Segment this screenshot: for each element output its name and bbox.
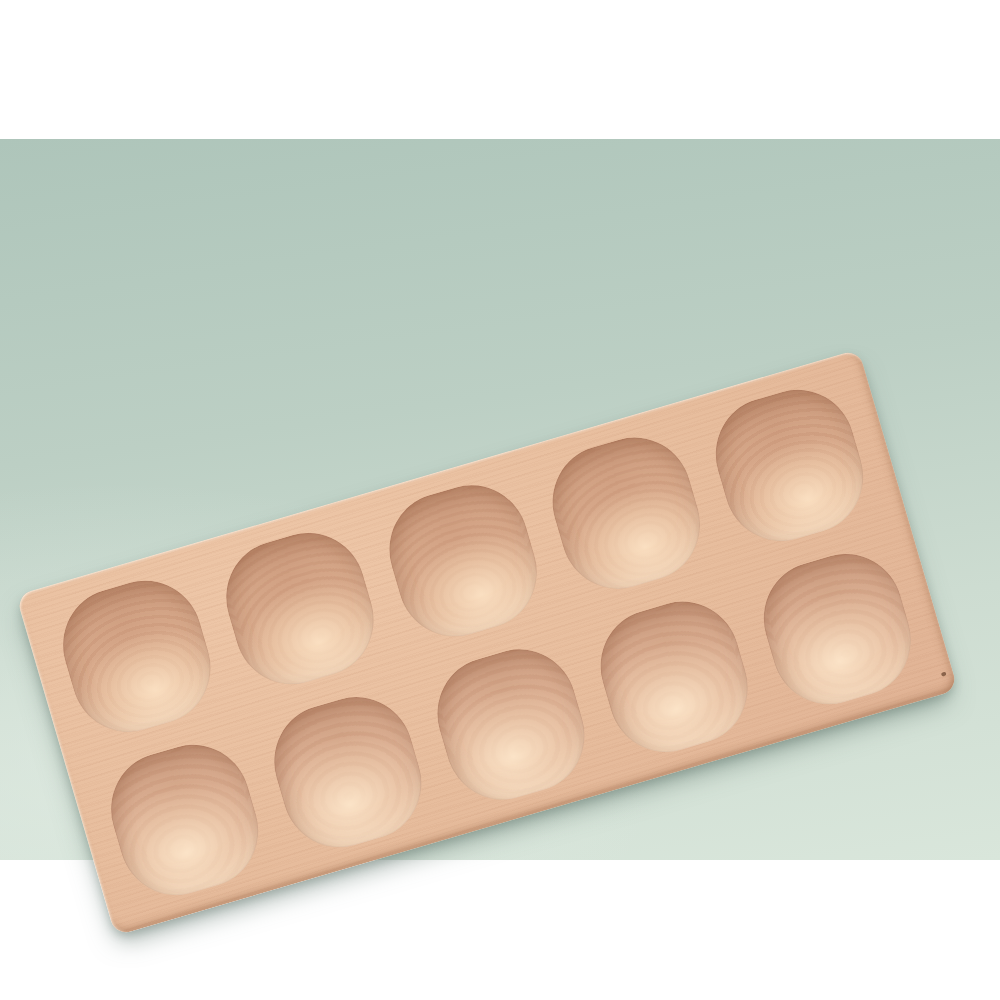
pit-r1c5[interactable] <box>702 376 877 554</box>
pit-r2c3[interactable] <box>423 635 598 813</box>
pit-r1c1[interactable] <box>49 567 224 745</box>
pit-r1c3[interactable] <box>376 472 551 650</box>
pit-r2c1[interactable] <box>97 731 272 909</box>
table-surface <box>0 139 1000 860</box>
pit-r2c5[interactable] <box>750 540 925 718</box>
pit-grid <box>16 349 958 936</box>
photo-canvas <box>0 0 1000 1000</box>
pit-r1c4[interactable] <box>539 424 714 602</box>
mancala-board <box>16 349 958 936</box>
pit-r2c2[interactable] <box>260 683 435 861</box>
pit-r1c2[interactable] <box>212 519 387 697</box>
pit-r2c4[interactable] <box>587 588 762 766</box>
